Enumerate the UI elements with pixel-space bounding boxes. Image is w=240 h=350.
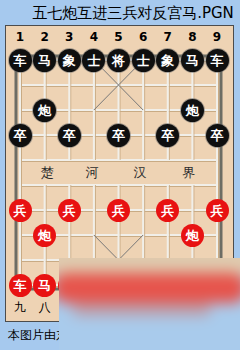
piece-black-chariot[interactable]: 车 bbox=[9, 49, 32, 72]
river-char: 汉 bbox=[131, 164, 149, 182]
piece-black-soldier[interactable]: 卒 bbox=[206, 124, 229, 147]
file-label-top: 6 bbox=[133, 30, 153, 44]
file-label-bottom: 九 bbox=[10, 299, 30, 316]
file-label-top: 2 bbox=[35, 30, 55, 44]
piece-red-soldier[interactable]: 兵 bbox=[206, 199, 229, 222]
piece-red-soldier[interactable]: 兵 bbox=[156, 199, 179, 222]
piece-red-cannon[interactable]: 炮 bbox=[181, 224, 204, 247]
piece-red-soldier[interactable]: 兵 bbox=[107, 199, 130, 222]
piece-black-soldier[interactable]: 卒 bbox=[9, 124, 32, 147]
piece-black-general[interactable]: 将 bbox=[107, 49, 130, 72]
file-label-top: 8 bbox=[182, 30, 202, 44]
piece-black-cannon[interactable]: 炮 bbox=[33, 99, 56, 122]
piece-black-elephant[interactable]: 象 bbox=[156, 49, 179, 72]
piece-red-soldier[interactable]: 兵 bbox=[9, 199, 32, 222]
piece-black-soldier[interactable]: 卒 bbox=[156, 124, 179, 147]
piece-red-horse[interactable]: 马 bbox=[33, 274, 56, 297]
piece-red-chariot[interactable]: 车 bbox=[9, 274, 32, 297]
file-label-top: 7 bbox=[158, 30, 178, 44]
file-label-top: 4 bbox=[84, 30, 104, 44]
piece-black-chariot[interactable]: 车 bbox=[206, 49, 229, 72]
piece-black-cannon[interactable]: 炮 bbox=[181, 99, 204, 122]
file-label-top: 3 bbox=[59, 30, 79, 44]
piece-red-cannon[interactable]: 炮 bbox=[33, 224, 56, 247]
piece-black-horse[interactable]: 马 bbox=[181, 49, 204, 72]
piece-black-soldier[interactable]: 卒 bbox=[107, 124, 130, 147]
screen: 五七炮互进三兵对反宫马.PGN 123456789 楚河汉界 九八七六五四三二一… bbox=[0, 0, 240, 350]
piece-black-soldier[interactable]: 卒 bbox=[58, 124, 81, 147]
blurred-red-pieces-smear bbox=[59, 273, 240, 303]
blur-content bbox=[59, 258, 240, 350]
piece-black-horse[interactable]: 马 bbox=[33, 49, 56, 72]
piece-black-advisor[interactable]: 士 bbox=[82, 49, 105, 72]
river-char: 界 bbox=[180, 164, 198, 182]
blurred-faint-smear bbox=[72, 303, 211, 316]
piece-black-elephant[interactable]: 象 bbox=[58, 49, 81, 72]
river-char: 楚 bbox=[38, 164, 56, 182]
piece-black-advisor[interactable]: 士 bbox=[132, 49, 155, 72]
page-title: 五七炮互进三兵对反宫马.PGN bbox=[0, 4, 240, 23]
file-label-top: 9 bbox=[207, 30, 227, 44]
file-label-bottom: 八 bbox=[35, 299, 55, 316]
file-label-top: 5 bbox=[109, 30, 129, 44]
blur-censored-region bbox=[59, 258, 240, 350]
file-label-top: 1 bbox=[10, 30, 30, 44]
river-char: 河 bbox=[83, 164, 101, 182]
piece-red-soldier[interactable]: 兵 bbox=[58, 199, 81, 222]
